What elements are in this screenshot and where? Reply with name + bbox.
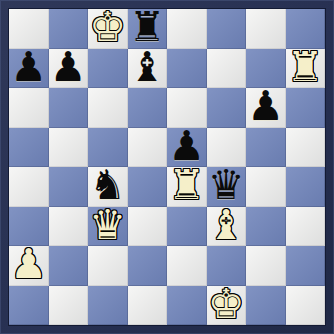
square-f6[interactable] <box>207 88 247 128</box>
square-d8[interactable]: ♜ <box>128 9 168 49</box>
square-d5[interactable] <box>128 128 168 168</box>
square-b1[interactable] <box>49 286 89 326</box>
piece-black-pawn[interactable]: ♟ <box>247 88 284 127</box>
square-h7[interactable]: ♜ <box>286 49 326 89</box>
square-f2[interactable] <box>207 246 247 286</box>
square-h6[interactable] <box>286 88 326 128</box>
square-e2[interactable] <box>167 246 207 286</box>
square-a4[interactable] <box>9 167 49 207</box>
square-a1[interactable] <box>9 286 49 326</box>
square-f8[interactable] <box>207 9 247 49</box>
square-g1[interactable] <box>246 286 286 326</box>
square-f5[interactable] <box>207 128 247 168</box>
square-b8[interactable] <box>49 9 89 49</box>
piece-white-queen[interactable]: ♛ <box>89 207 126 246</box>
square-g7[interactable] <box>246 49 286 89</box>
board-frame: ♚♜♟♟♝♜♟♟♞♜♛♛♝♟♚ <box>0 0 334 334</box>
chess-board: ♚♜♟♟♝♜♟♟♞♜♛♛♝♟♚ <box>9 9 325 325</box>
piece-black-bishop[interactable]: ♝ <box>129 49 166 88</box>
square-h1[interactable] <box>286 286 326 326</box>
square-g4[interactable] <box>246 167 286 207</box>
piece-black-pawn[interactable]: ♟ <box>10 49 47 88</box>
square-d7[interactable]: ♝ <box>128 49 168 89</box>
square-c8[interactable]: ♚ <box>88 9 128 49</box>
square-d1[interactable] <box>128 286 168 326</box>
square-c3[interactable]: ♛ <box>88 207 128 247</box>
square-a5[interactable] <box>9 128 49 168</box>
square-d4[interactable] <box>128 167 168 207</box>
square-b4[interactable] <box>49 167 89 207</box>
square-b2[interactable] <box>49 246 89 286</box>
square-e7[interactable] <box>167 49 207 89</box>
square-e8[interactable] <box>167 9 207 49</box>
square-c1[interactable] <box>88 286 128 326</box>
square-b7[interactable]: ♟ <box>49 49 89 89</box>
square-f7[interactable] <box>207 49 247 89</box>
square-e4[interactable]: ♜ <box>167 167 207 207</box>
square-a8[interactable] <box>9 9 49 49</box>
piece-black-queen[interactable]: ♛ <box>208 167 245 206</box>
square-a2[interactable]: ♟ <box>9 246 49 286</box>
square-e5[interactable]: ♟ <box>167 128 207 168</box>
piece-black-knight[interactable]: ♞ <box>89 167 126 206</box>
square-e3[interactable] <box>167 207 207 247</box>
piece-white-king[interactable]: ♚ <box>208 286 245 325</box>
square-b3[interactable] <box>49 207 89 247</box>
piece-black-rook[interactable]: ♜ <box>129 9 166 48</box>
square-e6[interactable] <box>167 88 207 128</box>
square-a3[interactable] <box>9 207 49 247</box>
square-f3[interactable]: ♝ <box>207 207 247 247</box>
piece-white-bishop[interactable]: ♝ <box>208 207 245 246</box>
square-a6[interactable] <box>9 88 49 128</box>
square-h2[interactable] <box>286 246 326 286</box>
piece-white-pawn[interactable]: ♟ <box>10 246 47 285</box>
square-b6[interactable] <box>49 88 89 128</box>
square-h4[interactable] <box>286 167 326 207</box>
square-c5[interactable] <box>88 128 128 168</box>
square-g2[interactable] <box>246 246 286 286</box>
square-g5[interactable] <box>246 128 286 168</box>
square-b5[interactable] <box>49 128 89 168</box>
square-f4[interactable]: ♛ <box>207 167 247 207</box>
piece-black-pawn[interactable]: ♟ <box>50 49 87 88</box>
square-d2[interactable] <box>128 246 168 286</box>
piece-white-rook[interactable]: ♜ <box>168 167 205 206</box>
square-d3[interactable] <box>128 207 168 247</box>
piece-black-king[interactable]: ♚ <box>89 9 126 48</box>
square-c4[interactable]: ♞ <box>88 167 128 207</box>
square-g3[interactable] <box>246 207 286 247</box>
piece-white-rook[interactable]: ♜ <box>287 49 324 88</box>
square-g8[interactable] <box>246 9 286 49</box>
square-c7[interactable] <box>88 49 128 89</box>
square-h3[interactable] <box>286 207 326 247</box>
square-h5[interactable] <box>286 128 326 168</box>
square-f1[interactable]: ♚ <box>207 286 247 326</box>
square-c6[interactable] <box>88 88 128 128</box>
square-d6[interactable] <box>128 88 168 128</box>
piece-black-pawn[interactable]: ♟ <box>168 128 205 167</box>
square-a7[interactable]: ♟ <box>9 49 49 89</box>
square-c2[interactable] <box>88 246 128 286</box>
square-g6[interactable]: ♟ <box>246 88 286 128</box>
square-e1[interactable] <box>167 286 207 326</box>
square-h8[interactable] <box>286 9 326 49</box>
